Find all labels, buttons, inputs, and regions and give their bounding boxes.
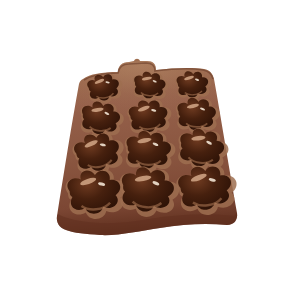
- mold-svg: [0, 0, 300, 300]
- product-photo: [0, 0, 300, 300]
